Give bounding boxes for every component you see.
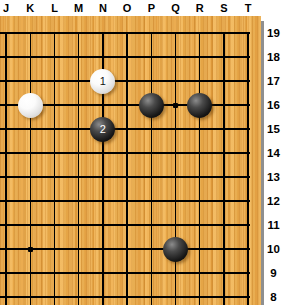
row-label-15: 15 — [263, 123, 284, 136]
stone-black-N15[interactable]: 2 — [90, 117, 115, 142]
column-label-P: P — [148, 1, 155, 15]
column-label-R: R — [196, 1, 204, 15]
column-label-J: J — [3, 1, 9, 15]
column-label-L: L — [51, 1, 58, 15]
point-Q10[interactable] — [163, 237, 187, 261]
row-label-16: 16 — [263, 99, 284, 112]
stone-black-R16[interactable] — [187, 93, 212, 118]
row-label-8: 8 — [263, 291, 284, 304]
star-point-dot — [28, 247, 33, 252]
column-label-N: N — [99, 1, 107, 15]
go-diagram: JKLMNOPQRST 1918171615141312111098 12 — [0, 0, 284, 305]
stone-white-N17[interactable]: 1 — [90, 69, 115, 94]
point-N17[interactable]: 1 — [91, 69, 115, 93]
row-label-19: 19 — [263, 27, 284, 40]
point-N15[interactable]: 2 — [91, 117, 115, 141]
column-label-T: T — [245, 1, 252, 15]
row-label-9: 9 — [263, 267, 284, 280]
star-point-dot — [173, 103, 178, 108]
star-point-K10 — [18, 237, 42, 261]
intersections-grid: 12 — [0, 21, 260, 305]
point-K16[interactable] — [18, 93, 42, 117]
star-point-Q16 — [163, 93, 187, 117]
column-label-O: O — [123, 1, 132, 15]
move-number-label: 1 — [100, 76, 106, 87]
row-label-14: 14 — [263, 147, 284, 160]
point-R16[interactable] — [188, 93, 212, 117]
board-edge-shadow — [261, 21, 264, 305]
stone-black-P16[interactable] — [139, 93, 164, 118]
row-label-12: 12 — [263, 195, 284, 208]
row-label-10: 10 — [263, 243, 284, 256]
stone-white-K16[interactable] — [18, 93, 43, 118]
move-number-label: 2 — [100, 124, 106, 135]
column-label-K: K — [26, 1, 34, 15]
row-label-17: 17 — [263, 75, 284, 88]
stone-black-Q10[interactable] — [163, 237, 188, 262]
column-label-M: M — [74, 1, 83, 15]
row-label-13: 13 — [263, 171, 284, 184]
row-label-11: 11 — [263, 219, 284, 232]
point-P16[interactable] — [139, 93, 163, 117]
row-label-18: 18 — [263, 51, 284, 64]
column-label-S: S — [220, 1, 227, 15]
column-label-Q: Q — [171, 1, 180, 15]
